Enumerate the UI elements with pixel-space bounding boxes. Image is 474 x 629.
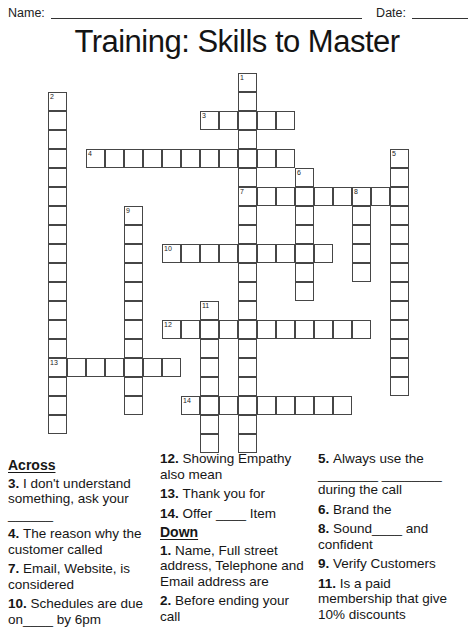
grid-cell-r14c0[interactable] xyxy=(48,339,67,358)
grid-cell-r4c0[interactable] xyxy=(48,149,67,168)
grid-cell-r5c0[interactable] xyxy=(48,168,67,187)
cell-number-2: 2 xyxy=(50,93,54,101)
grid-cell-r9c12[interactable] xyxy=(276,244,295,263)
grid-cell-r4c10[interactable] xyxy=(238,149,257,168)
grid-cell-r10c0[interactable] xyxy=(48,263,67,282)
cell-number-9: 9 xyxy=(126,207,130,215)
grid-cell-r17c11[interactable] xyxy=(257,396,276,415)
grid-cell-r4c2[interactable]: 4 xyxy=(86,149,105,168)
clue-3: 3. I don't understand something, ask you… xyxy=(8,476,154,523)
grid-cell-r15c6[interactable] xyxy=(162,358,181,377)
grid-cell-r11c13[interactable] xyxy=(295,282,314,301)
grid-cell-r11c18[interactable] xyxy=(390,282,409,301)
grid-cell-r16c4[interactable] xyxy=(124,377,143,396)
clue-11: 11. Is a paid membership that give 10% d… xyxy=(318,576,462,623)
clue-number: 6. xyxy=(318,502,333,517)
grid-cell-r7c10[interactable] xyxy=(238,206,257,225)
date-label: Date: xyxy=(376,6,406,20)
grid-cell-r7c13[interactable] xyxy=(295,206,314,225)
grid-cell-r0c10[interactable]: 1 xyxy=(238,73,257,92)
grid-cell-r11c10[interactable] xyxy=(238,282,257,301)
clue-number: 10. xyxy=(8,596,31,611)
grid-cell-r8c13[interactable] xyxy=(295,225,314,244)
crossword-grid: 1234567891011121314 xyxy=(48,73,409,453)
grid-cell-r13c12[interactable] xyxy=(276,320,295,339)
clue-10: 10. Schedules are due on____ by 6pm xyxy=(8,596,154,627)
clue-number: 12. xyxy=(160,451,183,466)
clue-text: Always use the ________ ________ during … xyxy=(318,451,442,497)
grid-cell-r10c13[interactable] xyxy=(295,263,314,282)
grid-cell-r17c15[interactable] xyxy=(333,396,352,415)
name-date-row: Name: Date: xyxy=(8,5,468,20)
grid-cell-r5c18[interactable] xyxy=(390,168,409,187)
grid-cell-r9c16[interactable] xyxy=(352,244,371,263)
grid-cell-r17c4[interactable] xyxy=(124,396,143,415)
grid-cell-r13c14[interactable] xyxy=(314,320,333,339)
grid-cell-r4c4[interactable] xyxy=(124,149,143,168)
grid-cell-r13c16[interactable] xyxy=(352,320,371,339)
grid-cell-r13c11[interactable] xyxy=(257,320,276,339)
clue-4: 4. The reason why the customer called xyxy=(8,526,154,557)
grid-cell-r16c0[interactable] xyxy=(48,377,67,396)
grid-cell-r6c0[interactable] xyxy=(48,187,67,206)
grid-cell-r6c18[interactable] xyxy=(390,187,409,206)
grid-cell-r4c18[interactable]: 5 xyxy=(390,149,409,168)
grid-cell-r4c6[interactable] xyxy=(162,149,181,168)
grid-cell-r13c10[interactable] xyxy=(238,320,257,339)
across-header: Across xyxy=(8,458,154,474)
grid-cell-r6c17[interactable] xyxy=(371,187,390,206)
grid-cell-r15c8[interactable] xyxy=(200,358,219,377)
clue-number: 1. xyxy=(160,543,175,558)
grid-cell-r4c12[interactable] xyxy=(276,149,295,168)
cell-number-5: 5 xyxy=(392,150,396,158)
clue-text: Brand the xyxy=(333,502,392,517)
grid-cell-r6c10[interactable]: 7 xyxy=(238,187,257,206)
grid-cell-r17c12[interactable] xyxy=(276,396,295,415)
clue-2: 2. Before ending your call xyxy=(160,593,312,624)
grid-cell-r13c18[interactable] xyxy=(390,320,409,339)
grid-cell-r6c14[interactable] xyxy=(314,187,333,206)
grid-cell-r7c16[interactable] xyxy=(352,206,371,225)
clue-text: Sound____ and confident xyxy=(318,521,428,552)
grid-cell-r2c10[interactable] xyxy=(238,111,257,130)
grid-cell-r5c10[interactable] xyxy=(238,168,257,187)
clues-column-left: Across3. I don't understand something, a… xyxy=(8,451,160,629)
grid-cell-r12c0[interactable] xyxy=(48,301,67,320)
grid-cell-r17c7[interactable]: 14 xyxy=(181,396,200,415)
grid-cell-r17c8[interactable] xyxy=(200,396,219,415)
grid-cell-r12c18[interactable] xyxy=(390,301,409,320)
grid-cell-r13c15[interactable] xyxy=(333,320,352,339)
clue-number: 3. xyxy=(8,476,23,491)
grid-cell-r17c10[interactable] xyxy=(238,396,257,415)
grid-cell-r6c12[interactable] xyxy=(276,187,295,206)
clue-12: 12. Showing Empathy also mean xyxy=(160,451,312,482)
cell-number-3: 3 xyxy=(202,112,206,120)
clue-number: 4. xyxy=(8,526,23,541)
clue-text: Before ending your call xyxy=(160,593,289,624)
name-label: Name: xyxy=(8,6,45,20)
grid-cell-r4c8[interactable] xyxy=(200,149,219,168)
grid-cell-r7c0[interactable] xyxy=(48,206,67,225)
grid-cell-r9c18[interactable] xyxy=(390,244,409,263)
grid-cell-r13c4[interactable] xyxy=(124,320,143,339)
grid-cell-r4c5[interactable] xyxy=(143,149,162,168)
grid-cell-r1c10[interactable] xyxy=(238,92,257,111)
grid-cell-r13c8[interactable] xyxy=(200,320,219,339)
clue-7: 7. Email, Website, is considered xyxy=(8,561,154,592)
grid-cell-r14c4[interactable] xyxy=(124,339,143,358)
grid-cell-r15c2[interactable] xyxy=(86,358,105,377)
grid-cell-r13c13[interactable] xyxy=(295,320,314,339)
grid-cell-r4c9[interactable] xyxy=(219,149,238,168)
grid-cell-r10c16[interactable] xyxy=(352,263,371,282)
cell-number-11: 11 xyxy=(202,302,209,310)
grid-cell-r9c6[interactable]: 10 xyxy=(162,244,181,263)
grid-cell-r15c3[interactable] xyxy=(105,358,124,377)
grid-cell-r13c9[interactable] xyxy=(219,320,238,339)
grid-cell-r10c10[interactable] xyxy=(238,263,257,282)
cell-number-12: 12 xyxy=(164,321,172,329)
grid-cell-r9c4[interactable] xyxy=(124,244,143,263)
grid-cell-r12c10[interactable] xyxy=(238,301,257,320)
grid-cell-r2c8[interactable]: 3 xyxy=(200,111,219,130)
clue-1: 1. Name, Full street address, Telephone … xyxy=(160,543,312,590)
grid-cell-r14c8[interactable] xyxy=(200,339,219,358)
cell-number-6: 6 xyxy=(297,169,301,177)
grid-cell-r9c7[interactable] xyxy=(181,244,200,263)
grid-cell-r18c0[interactable] xyxy=(48,415,67,434)
grid-cell-r16c18[interactable] xyxy=(390,377,409,396)
clue-text: Email, Website, is considered xyxy=(8,561,130,592)
grid-cell-r9c10[interactable] xyxy=(238,244,257,263)
clue-13: 13. Thank you for xyxy=(160,486,312,502)
clue-6: 6. Brand the xyxy=(318,502,462,518)
grid-cell-r9c9[interactable] xyxy=(219,244,238,263)
grid-cell-r8c16[interactable] xyxy=(352,225,371,244)
clue-number: 5. xyxy=(318,451,333,466)
cell-number-8: 8 xyxy=(354,188,358,196)
grid-cell-r16c8[interactable] xyxy=(200,377,219,396)
grid-cell-r3c0[interactable] xyxy=(48,130,67,149)
clue-number: 9. xyxy=(318,556,333,571)
grid-cell-r13c7[interactable] xyxy=(181,320,200,339)
worksheet-page: Name: Date: Training: Skills to Master 1… xyxy=(0,0,474,629)
grid-cell-r17c13[interactable] xyxy=(295,396,314,415)
grid-cell-r14c10[interactable] xyxy=(238,339,257,358)
cell-number-1: 1 xyxy=(240,74,244,82)
cell-number-14: 14 xyxy=(183,397,191,405)
grid-cell-r2c12[interactable] xyxy=(276,111,295,130)
grid-cell-r9c0[interactable] xyxy=(48,244,67,263)
cell-number-10: 10 xyxy=(164,245,172,253)
grid-cell-r11c0[interactable] xyxy=(48,282,67,301)
grid-cell-r13c0[interactable] xyxy=(48,320,67,339)
grid-cell-r7c18[interactable] xyxy=(390,206,409,225)
clue-text: Thank you for xyxy=(183,486,266,501)
grid-cell-r9c8[interactable] xyxy=(200,244,219,263)
grid-cell-r15c18[interactable] xyxy=(390,358,409,377)
grid-cell-r8c0[interactable] xyxy=(48,225,67,244)
grid-cell-r4c7[interactable] xyxy=(181,149,200,168)
grid-cell-r17c14[interactable] xyxy=(314,396,333,415)
grid-cell-r17c9[interactable] xyxy=(219,396,238,415)
grid-cell-r6c15[interactable] xyxy=(333,187,352,206)
grid-cell-r18c10[interactable] xyxy=(238,415,257,434)
clue-text: Name, Full street address, Telephone and… xyxy=(160,543,304,589)
date-blank-line[interactable] xyxy=(412,5,468,19)
grid-cell-r1c0[interactable]: 2 xyxy=(48,92,67,111)
grid-cell-r3c10[interactable] xyxy=(238,130,257,149)
grid-cell-r7c4[interactable]: 9 xyxy=(124,206,143,225)
grid-cell-r6c11[interactable] xyxy=(257,187,276,206)
grid-cell-r2c11[interactable] xyxy=(257,111,276,130)
grid-cell-r15c10[interactable] xyxy=(238,358,257,377)
down-header: Down xyxy=(160,525,312,541)
grid-cell-r4c11[interactable] xyxy=(257,149,276,168)
grid-cell-r2c0[interactable] xyxy=(48,111,67,130)
clue-14: 14. Offer ____ Item xyxy=(160,506,312,522)
grid-cell-r6c13[interactable] xyxy=(295,187,314,206)
grid-cell-r17c0[interactable] xyxy=(48,396,67,415)
cell-number-13: 13 xyxy=(50,359,58,367)
grid-cell-r13c6[interactable]: 12 xyxy=(162,320,181,339)
clue-number: 7. xyxy=(8,561,23,576)
grid-cell-r5c13[interactable]: 6 xyxy=(295,168,314,187)
grid-cell-r8c10[interactable] xyxy=(238,225,257,244)
grid-cell-r15c1[interactable] xyxy=(67,358,86,377)
grid-cell-r18c8[interactable] xyxy=(200,415,219,434)
grid-cell-r8c4[interactable] xyxy=(124,225,143,244)
clues-section: Across3. I don't understand something, a… xyxy=(8,451,468,629)
clue-text: I don't understand something, ask your _… xyxy=(8,476,131,522)
grid-cell-r4c3[interactable] xyxy=(105,149,124,168)
grid-cell-r16c10[interactable] xyxy=(238,377,257,396)
clue-text: Verify Customers xyxy=(333,556,436,571)
grid-cell-r12c4[interactable] xyxy=(124,301,143,320)
grid-cell-r15c0[interactable]: 13 xyxy=(48,358,67,377)
clue-5: 5. Always use the ________ ________ duri… xyxy=(318,451,462,498)
grid-cell-r12c8[interactable]: 11 xyxy=(200,301,219,320)
grid-cell-r15c4[interactable] xyxy=(124,358,143,377)
clue-9: 9. Verify Customers xyxy=(318,556,462,572)
grid-cell-r10c4[interactable] xyxy=(124,263,143,282)
grid-cell-r8c18[interactable] xyxy=(390,225,409,244)
cell-number-4: 4 xyxy=(88,150,92,158)
clue-text: Offer ____ Item xyxy=(183,506,277,521)
cell-number-7: 7 xyxy=(240,188,244,196)
clue-number: 13. xyxy=(160,486,183,501)
clues-column-right: 5. Always use the ________ ________ duri… xyxy=(318,451,468,629)
page-title: Training: Skills to Master xyxy=(0,24,474,60)
grid-cell-r11c4[interactable] xyxy=(124,282,143,301)
grid-cell-r14c18[interactable] xyxy=(390,339,409,358)
grid-cell-r15c5[interactable] xyxy=(143,358,162,377)
clues-column-middle: 12. Showing Empathy also mean13. Thank y… xyxy=(160,451,318,629)
grid-cell-r6c16[interactable]: 8 xyxy=(352,187,371,206)
name-blank-line[interactable] xyxy=(51,5,362,19)
clue-number: 11. xyxy=(318,576,340,591)
grid-cell-r9c13[interactable] xyxy=(295,244,314,263)
grid-cell-r9c11[interactable] xyxy=(257,244,276,263)
clue-number: 8. xyxy=(318,521,333,536)
clue-text: The reason why the customer called xyxy=(8,526,142,557)
clue-number: 14. xyxy=(160,506,183,521)
grid-cell-r9c14[interactable] xyxy=(314,244,333,263)
grid-cell-r2c9[interactable] xyxy=(219,111,238,130)
grid-cell-r10c18[interactable] xyxy=(390,263,409,282)
clue-number: 2. xyxy=(160,593,175,608)
clue-8: 8. Sound____ and confident xyxy=(318,521,462,552)
